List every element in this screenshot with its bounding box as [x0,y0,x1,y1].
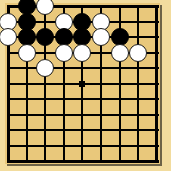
grid-line [7,160,159,163]
grid-line [7,129,159,131]
white-stone[interactable] [55,44,73,62]
grid-line [7,67,159,69]
white-stone[interactable] [92,28,110,46]
hoshi-point [79,81,85,87]
go-diagram [0,0,171,171]
white-stone[interactable] [129,44,147,62]
white-stone[interactable] [18,44,36,62]
black-stone[interactable] [36,28,54,46]
white-stone[interactable] [0,28,17,46]
white-stone[interactable] [36,0,54,15]
grid-line [7,145,159,147]
white-stone[interactable] [36,59,54,77]
grid-line [7,114,159,116]
white-stone[interactable] [73,44,91,62]
white-stone[interactable] [111,44,129,62]
grid-line [7,98,159,100]
go-board[interactable] [0,0,171,171]
